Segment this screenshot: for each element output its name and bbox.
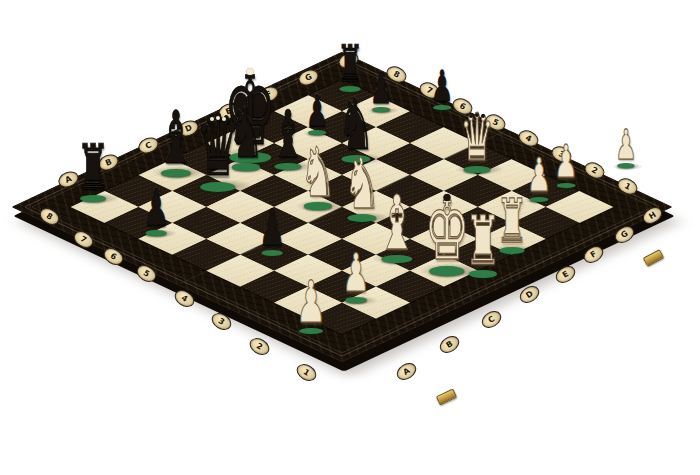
white-knight-icon: ♞ [343, 148, 380, 219]
finial-tips-white [216, 116, 220, 120]
coord-coin-files-bottom-right-B: B [437, 333, 463, 357]
brass-clasp-2 [643, 249, 664, 267]
black-rook-icon: ♜ [337, 39, 364, 89]
finial-ball-white [247, 68, 254, 75]
white-pawn-icon: ♟ [342, 247, 370, 300]
black-pawn-icon: ♟ [143, 183, 170, 233]
chess-set-photo: 87654321ABCDEFGH12345678ABCDEFGH ♜♝♛♚♞♝♞… [0, 0, 700, 475]
brass-clasp-1 [436, 388, 457, 405]
coord-coin-files-bottom-right-A: A [394, 360, 420, 384]
white-pawn-icon: ♟ [554, 140, 578, 185]
coord-coin-ranks-bottom-left-1: 1 [294, 361, 320, 385]
white-bishop-icon: ♝ [377, 184, 417, 260]
black-pawn-icon: ♟ [306, 89, 329, 132]
black-pawn-icon: ♟ [259, 203, 286, 253]
black-pawn-icon: ♟ [431, 64, 454, 107]
white-pawn-icon: ♟ [527, 152, 552, 199]
finial-tips-dark [475, 113, 479, 117]
black-rook-icon: ♜ [76, 136, 109, 199]
white-pawn-icon: ♟ [615, 123, 637, 165]
white-knight-icon: ♞ [300, 139, 336, 207]
finial-ball-dark [444, 194, 451, 201]
white-pawn-icon: ♟ [296, 273, 327, 331]
white-rook-icon: ♜ [465, 207, 501, 275]
black-bishop-icon: ♝ [157, 101, 195, 174]
